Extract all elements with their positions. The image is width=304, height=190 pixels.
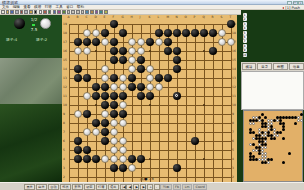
black-stone[interactable]	[173, 56, 181, 64]
mini-black-stone	[300, 113, 303, 116]
open-icon[interactable]	[6, 10, 10, 14]
turn-indicator-icon	[32, 24, 35, 27]
paste-icon[interactable]	[29, 10, 33, 14]
white-stone[interactable]	[218, 38, 226, 46]
black-stone[interactable]	[164, 29, 172, 37]
white-stone[interactable]	[83, 29, 91, 37]
menu-item-0[interactable]: 文件	[2, 5, 9, 9]
grid-hline	[69, 150, 232, 151]
next-icon[interactable]	[76, 10, 80, 14]
column-label: T	[230, 16, 232, 19]
move-node-2[interactable]: 2	[243, 17, 247, 21]
black-stone[interactable]	[101, 101, 109, 109]
black-stone[interactable]	[74, 74, 82, 82]
komi-label: 7.5	[27, 27, 41, 32]
mini-white-stone	[264, 146, 267, 149]
black-stone[interactable]	[110, 38, 118, 46]
black-stone[interactable]	[164, 47, 172, 55]
black-stone[interactable]	[74, 38, 82, 46]
mini-black-stone	[279, 131, 282, 134]
row-label-right: 12	[232, 86, 236, 89]
row-label-left: 11	[63, 95, 67, 98]
nav-button-5[interactable]: -	[154, 184, 160, 190]
column-label: S	[221, 16, 223, 19]
row-label-right: 9	[232, 113, 234, 116]
go-board[interactable]: 黑● 75 ABCDEFGHJKLMNOPQRST191918181717161…	[62, 15, 237, 182]
row-label-right: 4	[232, 158, 234, 161]
status-button-3[interactable]: 悔棋	[60, 184, 71, 190]
tab-0[interactable]: 棋谱	[242, 63, 257, 70]
white-stone[interactable]	[101, 74, 109, 82]
black-stone[interactable]	[101, 119, 109, 127]
status-bar: 黑方白方自动悔棋形势研究打谱退出|◀◀▶▶|+-对局FbLmCoord	[0, 182, 304, 190]
mini-white-stone	[276, 134, 279, 137]
info-icon[interactable]	[104, 10, 108, 14]
black-stone[interactable]	[173, 29, 181, 37]
column-label: H	[131, 16, 133, 19]
menu-item-5[interactable]: 工具	[55, 5, 62, 9]
black-stone[interactable]	[110, 47, 118, 55]
row-label-right: 3	[232, 167, 234, 170]
move-list-panel[interactable]: 12345678910	[241, 10, 304, 62]
black-stone[interactable]	[92, 119, 100, 127]
white-stone[interactable]	[101, 155, 109, 163]
black-stone[interactable]	[92, 92, 100, 100]
white-stone[interactable]	[110, 128, 118, 136]
white-stone[interactable]	[74, 110, 82, 118]
move-node-8[interactable]: 8	[243, 44, 247, 48]
row-label-left: 8	[63, 122, 65, 125]
black-stone[interactable]	[128, 83, 136, 91]
sidebar-tabs: 棋谱目录树图信息	[241, 62, 304, 71]
black-stone[interactable]	[92, 38, 100, 46]
white-stone[interactable]	[155, 38, 163, 46]
delete-icon[interactable]	[43, 10, 47, 14]
nav-button-1[interactable]: ◀	[126, 184, 132, 190]
black-stone[interactable]	[191, 137, 199, 145]
star-point	[149, 104, 151, 106]
row-label-left: 18	[63, 32, 67, 35]
column-label: G	[122, 16, 124, 19]
black-stone[interactable]	[83, 155, 91, 163]
player-info-panel: 1/2 7.5 提子:4 提子:2	[0, 15, 62, 58]
new-icon[interactable]	[1, 10, 5, 14]
white-stone[interactable]	[110, 137, 118, 145]
column-label: P	[194, 16, 196, 19]
prev-icon[interactable]	[71, 10, 75, 14]
tab-3[interactable]: 信息	[289, 63, 304, 70]
grid-hline	[69, 141, 232, 142]
grid-hline	[69, 168, 232, 169]
black-stone[interactable]	[182, 29, 190, 37]
star-point	[203, 104, 205, 106]
comment-list-area[interactable]	[241, 71, 304, 110]
column-label: D	[95, 16, 97, 19]
grid-hline	[69, 177, 232, 178]
status-button-5[interactable]: 研究	[84, 184, 95, 190]
row-label-right: 7	[232, 131, 234, 134]
black-stone[interactable]	[74, 146, 82, 154]
star-point	[203, 158, 205, 160]
star-point	[95, 104, 97, 106]
row-label-right: 14	[232, 68, 236, 71]
black-stone[interactable]	[101, 92, 109, 100]
black-stone[interactable]	[137, 56, 145, 64]
row-label-left: 9	[63, 113, 65, 116]
column-label: K	[149, 16, 151, 19]
black-stone[interactable]	[83, 74, 91, 82]
black-stone[interactable]	[173, 92, 181, 100]
mini-black-stone	[261, 113, 264, 116]
mini-black-stone	[282, 161, 285, 164]
white-stone[interactable]	[101, 65, 109, 73]
video-feed-upper	[0, 58, 62, 104]
number-icon[interactable]	[57, 10, 61, 14]
black-stone[interactable]	[155, 29, 163, 37]
status-field-0: 对局	[160, 184, 171, 190]
cut-icon[interactable]	[20, 10, 24, 14]
white-stone[interactable]	[128, 38, 136, 46]
column-label: E	[104, 16, 106, 19]
black-stone[interactable]	[110, 92, 118, 100]
grid-hline	[69, 114, 232, 115]
video-feed-lower	[0, 104, 62, 182]
black-captures-label: 提子:4	[6, 37, 17, 42]
black-stone[interactable]	[110, 56, 118, 64]
white-player-stone-icon	[40, 18, 51, 29]
white-stone[interactable]	[101, 110, 109, 118]
mini-black-stone	[270, 158, 273, 161]
star-point	[149, 158, 151, 160]
black-stone[interactable]	[191, 29, 199, 37]
black-stone[interactable]	[164, 38, 172, 46]
nav-button-0[interactable]: |◀	[120, 184, 126, 190]
black-stone[interactable]	[137, 155, 145, 163]
black-stone[interactable]	[164, 74, 172, 82]
mini-black-stone	[252, 143, 255, 146]
white-stone[interactable]	[74, 47, 82, 55]
star-point	[203, 50, 205, 52]
white-stone[interactable]	[146, 83, 154, 91]
black-player-stone-icon	[14, 18, 25, 29]
white-stone[interactable]	[146, 74, 154, 82]
white-stone[interactable]	[92, 29, 100, 37]
row-label-right: 6	[232, 140, 234, 143]
black-stone[interactable]	[83, 38, 91, 46]
star-point	[95, 50, 97, 52]
menu-item-3[interactable]: 棋谱	[34, 5, 41, 9]
row-label-left: 7	[63, 131, 65, 134]
move-node-3[interactable]: 3	[243, 22, 247, 26]
move-node-7[interactable]: 7	[243, 39, 247, 43]
row-label-left: 10	[63, 104, 67, 107]
mini-black-stone	[282, 128, 285, 131]
white-stone[interactable]	[218, 29, 226, 37]
move-node-1[interactable]: 1	[243, 13, 247, 17]
first-icon[interactable]	[67, 10, 71, 14]
menu-item-1[interactable]: 编辑	[13, 5, 20, 9]
white-stone[interactable]	[110, 83, 118, 91]
black-stone[interactable]	[74, 137, 82, 145]
black-stone[interactable]	[110, 164, 118, 172]
black-stone[interactable]	[101, 128, 109, 136]
black-stone[interactable]	[119, 47, 127, 55]
white-stone[interactable]	[83, 47, 91, 55]
black-stone[interactable]	[101, 83, 109, 91]
grid-hline	[69, 24, 232, 25]
black-stone[interactable]	[137, 92, 145, 100]
row-label-right: 18	[232, 32, 236, 35]
black-stone[interactable]	[209, 47, 217, 55]
mini-black-stone	[288, 152, 291, 155]
black-stone[interactable]	[137, 65, 145, 73]
row-label-right: 13	[232, 77, 236, 80]
black-stone[interactable]	[146, 92, 154, 100]
column-label: N	[176, 16, 178, 19]
column-label: F	[113, 16, 115, 19]
row-label-right: 5	[232, 149, 234, 152]
row-label-left: 13	[63, 77, 67, 80]
row-label-left: 3	[63, 167, 65, 170]
mark-icon[interactable]	[48, 10, 52, 14]
row-label-right: 8	[232, 122, 234, 125]
black-stone[interactable]	[110, 110, 118, 118]
letter-icon[interactable]	[53, 10, 57, 14]
white-stone[interactable]	[110, 155, 118, 163]
row-label-left: 12	[63, 86, 67, 89]
menu-item-7[interactable]: 帮助	[77, 5, 84, 9]
black-stone[interactable]	[119, 92, 127, 100]
mini-white-stone	[300, 119, 303, 122]
count-icon[interactable]	[95, 10, 99, 14]
row-label-left: 2	[63, 176, 65, 179]
row-label-right: 11	[232, 95, 236, 98]
black-stone[interactable]	[119, 56, 127, 64]
menu-item-4[interactable]: 打谱	[45, 5, 52, 9]
status-field-3: Coord	[193, 184, 207, 190]
move-node-6[interactable]: 6	[243, 35, 247, 39]
status-button-1[interactable]: 白方	[36, 184, 47, 190]
white-stone[interactable]	[128, 164, 136, 172]
white-stone[interactable]	[83, 128, 91, 136]
mini-white-stone	[252, 122, 255, 125]
nav-button-3[interactable]: ▶|	[140, 184, 146, 190]
row-label-left: 14	[63, 68, 67, 71]
white-stone[interactable]	[119, 146, 127, 154]
row-label-right: 2	[232, 176, 234, 179]
nav-button-4[interactable]: +	[147, 184, 153, 190]
white-captures-label: 提子:2	[36, 37, 47, 42]
white-stone[interactable]	[155, 83, 163, 91]
black-stone[interactable]	[227, 20, 235, 28]
last-icon[interactable]	[81, 10, 85, 14]
row-label-left: 17	[63, 41, 67, 44]
copy-icon[interactable]	[24, 10, 28, 14]
menu-item-6[interactable]: 窗口	[66, 5, 73, 9]
menu-item-2[interactable]: 查看	[23, 5, 30, 9]
setup-icon[interactable]	[99, 10, 103, 14]
move-node-4[interactable]: 4	[243, 26, 247, 30]
column-label: C	[86, 16, 88, 19]
black-stone[interactable]	[101, 137, 109, 145]
column-label: Q	[203, 16, 205, 19]
white-stone[interactable]	[119, 119, 127, 127]
column-label: O	[185, 16, 187, 19]
nav-button-2[interactable]: ▶	[133, 184, 139, 190]
black-stone[interactable]	[128, 155, 136, 163]
white-stone[interactable]	[128, 56, 136, 64]
black-stone[interactable]	[119, 110, 127, 118]
black-stone[interactable]	[155, 74, 163, 82]
white-stone[interactable]	[101, 38, 109, 46]
row-label-right: 16	[232, 50, 236, 53]
move-node-10[interactable]: 10	[243, 53, 247, 57]
black-stone[interactable]	[146, 38, 154, 46]
status-button-7[interactable]: 退出	[108, 184, 119, 190]
status-button-0[interactable]: 黑方	[24, 184, 35, 190]
black-stone[interactable]	[209, 29, 217, 37]
mini-white-stone	[267, 161, 270, 164]
white-stone-icon[interactable]	[39, 10, 43, 14]
mini-board-preview[interactable]	[243, 110, 303, 182]
white-stone[interactable]	[128, 47, 136, 55]
last-move-marker-icon	[175, 94, 178, 97]
row-label-left: 4	[63, 158, 65, 161]
black-stone[interactable]	[119, 164, 127, 172]
column-label: J	[140, 16, 141, 19]
black-stone[interactable]	[74, 155, 82, 163]
white-stone[interactable]	[119, 74, 127, 82]
print-icon[interactable]	[15, 10, 19, 14]
black-stone[interactable]	[110, 101, 118, 109]
black-stone[interactable]	[83, 146, 91, 154]
black-stone[interactable]	[92, 83, 100, 91]
white-stone[interactable]	[137, 47, 145, 55]
tab-1[interactable]: 目录	[257, 63, 272, 70]
save-icon[interactable]	[10, 10, 14, 14]
move-node-5[interactable]: 5	[243, 31, 247, 35]
white-stone[interactable]	[137, 38, 145, 46]
grid-hline	[69, 60, 232, 61]
maximize-button[interactable]: □	[293, 1, 298, 5]
white-stone[interactable]	[119, 137, 127, 145]
status-button-2[interactable]: 自动	[48, 184, 59, 190]
mini-black-stone	[294, 122, 297, 125]
black-stone[interactable]	[101, 29, 109, 37]
mini-black-stone	[273, 137, 276, 140]
row-label-left: 16	[63, 50, 67, 53]
black-stone[interactable]	[200, 29, 208, 37]
mini-black-stone	[282, 137, 285, 140]
black-stone[interactable]	[173, 47, 181, 55]
black-stone[interactable]	[173, 164, 181, 172]
status-field-1: Fb	[173, 184, 182, 190]
row-label-left: 19	[63, 23, 67, 26]
white-stone[interactable]	[128, 65, 136, 73]
auto-icon[interactable]	[85, 10, 89, 14]
white-stone[interactable]	[119, 83, 127, 91]
tab-2[interactable]: 树图	[273, 63, 288, 70]
black-stone[interactable]	[137, 83, 145, 91]
row-label-right: 15	[232, 59, 236, 62]
black-stone[interactable]	[92, 155, 100, 163]
column-label: A	[68, 16, 70, 19]
status-field-2: Lm	[182, 184, 192, 190]
column-label: L	[158, 16, 160, 19]
black-stone[interactable]	[173, 65, 181, 73]
move-node-9[interactable]: 9	[243, 48, 247, 52]
column-label: M	[167, 16, 170, 19]
black-stone-icon[interactable]	[34, 10, 38, 14]
column-label: B	[77, 16, 79, 19]
black-stone[interactable]	[119, 29, 127, 37]
black-stone[interactable]	[83, 110, 91, 118]
white-stone[interactable]	[83, 92, 91, 100]
white-stone[interactable]	[110, 146, 118, 154]
black-stone[interactable]	[110, 74, 118, 82]
row-label-left: 5	[63, 149, 65, 152]
black-stone[interactable]	[74, 65, 82, 73]
status-button-6[interactable]: 打谱	[96, 184, 107, 190]
mini-black-stone	[252, 131, 255, 134]
white-stone[interactable]	[110, 119, 118, 127]
row-label-left: 15	[63, 59, 67, 62]
black-stone[interactable]	[110, 20, 118, 28]
tree-icon[interactable]	[62, 10, 66, 14]
row-label-right: 10	[232, 104, 236, 107]
close-button[interactable]: ×	[298, 1, 303, 5]
black-stone[interactable]	[128, 74, 136, 82]
row-label-left: 6	[63, 140, 65, 143]
white-stone[interactable]	[227, 38, 235, 46]
star-point	[149, 50, 151, 52]
column-label: R	[212, 16, 214, 19]
mini-black-stone	[264, 116, 267, 119]
score-label: 1/2	[28, 17, 40, 22]
white-stone[interactable]	[119, 101, 127, 109]
white-stone[interactable]	[119, 155, 127, 163]
white-stone[interactable]	[146, 65, 154, 73]
push-arrow-icon	[282, 7, 284, 9]
white-stone[interactable]	[92, 128, 100, 136]
minimize-button[interactable]: _	[287, 1, 292, 5]
pass-icon[interactable]	[90, 10, 94, 14]
status-button-4[interactable]: 形势	[72, 184, 83, 190]
